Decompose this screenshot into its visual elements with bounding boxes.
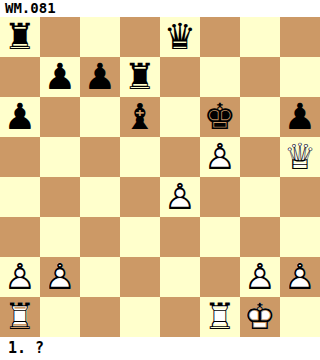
white-queen-icon[interactable]: ♛♕ xyxy=(280,137,320,177)
square-b5[interactable] xyxy=(40,137,80,177)
black-pawn-icon[interactable]: ♟ xyxy=(40,57,80,97)
square-a6[interactable]: ♟ xyxy=(0,97,40,137)
black-pawn-icon[interactable]: ♟ xyxy=(0,97,40,137)
black-rook-icon[interactable]: ♜ xyxy=(0,17,40,57)
white-pawn-icon[interactable]: ♟♙ xyxy=(0,257,40,297)
chess-board: ♜♛♟♟♜♟♝♚♟♟♙♛♕♟♙♟♙♟♙♟♙♟♙♜♖♜♖♚♔ xyxy=(0,17,320,337)
white-pawn-icon[interactable]: ♟♙ xyxy=(240,257,280,297)
black-pawn-glyph: ♟ xyxy=(40,57,80,97)
white-rook-icon[interactable]: ♜♖ xyxy=(200,297,240,337)
square-f1[interactable]: ♜♖ xyxy=(200,297,240,337)
square-g3[interactable] xyxy=(240,217,280,257)
square-d5[interactable] xyxy=(120,137,160,177)
square-h1[interactable] xyxy=(280,297,320,337)
square-b1[interactable] xyxy=(40,297,80,337)
white-pawn-icon[interactable]: ♟♙ xyxy=(200,137,240,177)
square-b6[interactable] xyxy=(40,97,80,137)
white-pawn-outline: ♙ xyxy=(40,257,80,297)
square-e5[interactable] xyxy=(160,137,200,177)
square-g4[interactable] xyxy=(240,177,280,217)
square-a3[interactable] xyxy=(0,217,40,257)
white-pawn-outline: ♙ xyxy=(200,137,240,177)
square-h2[interactable]: ♟♙ xyxy=(280,257,320,297)
square-d1[interactable] xyxy=(120,297,160,337)
square-f8[interactable] xyxy=(200,17,240,57)
square-f5[interactable]: ♟♙ xyxy=(200,137,240,177)
square-c3[interactable] xyxy=(80,217,120,257)
black-king-icon[interactable]: ♚ xyxy=(200,97,240,137)
square-b3[interactable] xyxy=(40,217,80,257)
square-g6[interactable] xyxy=(240,97,280,137)
square-a4[interactable] xyxy=(0,177,40,217)
black-rook-glyph: ♜ xyxy=(0,17,40,57)
white-pawn-outline: ♙ xyxy=(160,177,200,217)
black-pawn-glyph: ♟ xyxy=(80,57,120,97)
square-e8[interactable]: ♛ xyxy=(160,17,200,57)
square-a8[interactable]: ♜ xyxy=(0,17,40,57)
white-queen-outline: ♕ xyxy=(280,137,320,177)
black-pawn-glyph: ♟ xyxy=(0,97,40,137)
square-a2[interactable]: ♟♙ xyxy=(0,257,40,297)
square-c4[interactable] xyxy=(80,177,120,217)
black-bishop-glyph: ♝ xyxy=(120,97,160,137)
square-c6[interactable] xyxy=(80,97,120,137)
square-c7[interactable]: ♟ xyxy=(80,57,120,97)
black-bishop-icon[interactable]: ♝ xyxy=(120,97,160,137)
square-d6[interactable]: ♝ xyxy=(120,97,160,137)
square-c5[interactable] xyxy=(80,137,120,177)
square-g8[interactable] xyxy=(240,17,280,57)
square-d3[interactable] xyxy=(120,217,160,257)
square-a1[interactable]: ♜♖ xyxy=(0,297,40,337)
move-prompt: 1. ? xyxy=(0,337,320,360)
puzzle-title: WM.081 xyxy=(0,0,320,17)
square-f2[interactable] xyxy=(200,257,240,297)
square-e3[interactable] xyxy=(160,217,200,257)
black-pawn-icon[interactable]: ♟ xyxy=(80,57,120,97)
square-c8[interactable] xyxy=(80,17,120,57)
square-c2[interactable] xyxy=(80,257,120,297)
square-h3[interactable] xyxy=(280,217,320,257)
square-d4[interactable] xyxy=(120,177,160,217)
square-h5[interactable]: ♛♕ xyxy=(280,137,320,177)
white-pawn-icon[interactable]: ♟♙ xyxy=(280,257,320,297)
square-e1[interactable] xyxy=(160,297,200,337)
square-a7[interactable] xyxy=(0,57,40,97)
black-queen-icon[interactable]: ♛ xyxy=(160,17,200,57)
square-g7[interactable] xyxy=(240,57,280,97)
white-rook-outline: ♖ xyxy=(200,297,240,337)
square-h7[interactable] xyxy=(280,57,320,97)
square-e7[interactable] xyxy=(160,57,200,97)
square-b4[interactable] xyxy=(40,177,80,217)
square-f3[interactable] xyxy=(200,217,240,257)
square-d2[interactable] xyxy=(120,257,160,297)
square-d8[interactable] xyxy=(120,17,160,57)
square-d7[interactable]: ♜ xyxy=(120,57,160,97)
square-b8[interactable] xyxy=(40,17,80,57)
square-e2[interactable] xyxy=(160,257,200,297)
black-queen-glyph: ♛ xyxy=(160,17,200,57)
square-a5[interactable] xyxy=(0,137,40,177)
chess-app-window: WM.081 ♜♛♟♟♜♟♝♚♟♟♙♛♕♟♙♟♙♟♙♟♙♟♙♜♖♜♖♚♔ 1. … xyxy=(0,0,320,360)
white-rook-icon[interactable]: ♜♖ xyxy=(0,297,40,337)
square-g5[interactable] xyxy=(240,137,280,177)
square-h6[interactable]: ♟ xyxy=(280,97,320,137)
square-f4[interactable] xyxy=(200,177,240,217)
white-pawn-outline: ♙ xyxy=(0,257,40,297)
square-h8[interactable] xyxy=(280,17,320,57)
square-f6[interactable]: ♚ xyxy=(200,97,240,137)
square-g1[interactable]: ♚♔ xyxy=(240,297,280,337)
white-pawn-icon[interactable]: ♟♙ xyxy=(40,257,80,297)
square-b2[interactable]: ♟♙ xyxy=(40,257,80,297)
square-c1[interactable] xyxy=(80,297,120,337)
square-f7[interactable] xyxy=(200,57,240,97)
square-h4[interactable] xyxy=(280,177,320,217)
white-king-icon[interactable]: ♚♔ xyxy=(240,297,280,337)
square-b7[interactable]: ♟ xyxy=(40,57,80,97)
white-rook-outline: ♖ xyxy=(0,297,40,337)
black-pawn-icon[interactable]: ♟ xyxy=(280,97,320,137)
square-e6[interactable] xyxy=(160,97,200,137)
square-e4[interactable]: ♟♙ xyxy=(160,177,200,217)
black-pawn-glyph: ♟ xyxy=(280,97,320,137)
white-pawn-outline: ♙ xyxy=(280,257,320,297)
square-g2[interactable]: ♟♙ xyxy=(240,257,280,297)
white-pawn-outline: ♙ xyxy=(240,257,280,297)
white-pawn-icon[interactable]: ♟♙ xyxy=(160,177,200,217)
black-rook-icon[interactable]: ♜ xyxy=(120,57,160,97)
white-king-outline: ♔ xyxy=(240,297,280,337)
black-rook-glyph: ♜ xyxy=(120,57,160,97)
black-king-glyph: ♚ xyxy=(200,97,240,137)
